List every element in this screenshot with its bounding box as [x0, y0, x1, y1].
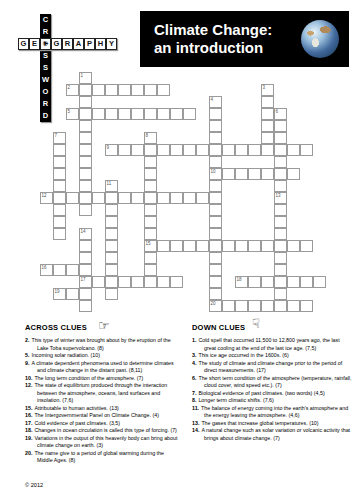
crossword-cell[interactable] [209, 120, 222, 132]
clue-number: 10. [25, 375, 34, 381]
crossword-cell[interactable] [131, 276, 144, 288]
crossword-cell[interactable] [248, 300, 261, 312]
crossword-cell[interactable]: 1 [79, 72, 92, 84]
crossword-cell[interactable] [300, 276, 313, 288]
crossword-cell[interactable] [105, 264, 118, 276]
clue-number: 17. [25, 420, 34, 426]
logo-letter-tile: Y [106, 38, 117, 50]
crossword-cell[interactable] [53, 144, 66, 156]
logo-letter-tile: A [73, 38, 84, 50]
clue-number-label: 17 [81, 277, 86, 282]
crossword-cell[interactable] [261, 240, 274, 252]
crossword-cell[interactable] [92, 192, 105, 204]
crossword-cell[interactable] [209, 204, 222, 216]
crossword-cell[interactable] [170, 240, 183, 252]
cursor-arrow-icon: ➤ [40, 39, 49, 48]
crossword-cell[interactable] [209, 180, 222, 192]
crossword-cell[interactable] [157, 84, 170, 96]
clue-item: 10.The long term condition of the atmosp… [25, 375, 178, 383]
clue-number: 13. [192, 420, 201, 426]
crossword-cell[interactable] [144, 168, 157, 180]
crossword-cell[interactable] [92, 108, 105, 120]
crossword-cell[interactable] [209, 288, 222, 300]
crossword-cell[interactable] [170, 192, 183, 204]
clue-number: 18. [25, 427, 34, 433]
crossword-cell[interactable]: 2 [66, 84, 79, 96]
crossword-cell[interactable] [79, 240, 92, 252]
clue-number: 12. [25, 382, 34, 388]
crossword-cell[interactable] [261, 144, 274, 156]
crossword-cell[interactable] [105, 228, 118, 240]
crossword-cell[interactable] [157, 108, 170, 120]
clue-number-label: 13 [276, 193, 281, 198]
crossword-cell[interactable] [248, 144, 261, 156]
clue-number-label: 16 [42, 265, 47, 270]
crossword-cell[interactable] [261, 132, 274, 144]
clue-item: 1.Cold spell that occurred 11,500 to 12,… [192, 337, 353, 352]
crossword-cell[interactable] [170, 144, 183, 156]
crossword-cell[interactable] [66, 264, 79, 276]
clue-number-label: 15 [146, 241, 151, 246]
crossword-cell[interactable] [53, 204, 66, 216]
crossword-cell[interactable] [300, 240, 313, 252]
crossword-cell[interactable] [144, 192, 157, 204]
crossword-cell[interactable] [222, 144, 235, 156]
crossword-cell[interactable] [79, 108, 92, 120]
clue-item: 16.The Intergovernmental Panel on Climat… [25, 412, 178, 420]
crossword-cell[interactable] [144, 144, 157, 156]
crossword-cell[interactable] [144, 228, 157, 240]
clue-number: 2. [25, 337, 31, 343]
clue-item: 17.Cold evidence of past climates. (3,5) [25, 420, 178, 428]
crossword-cell[interactable] [79, 252, 92, 264]
crossword-cell[interactable] [157, 192, 170, 204]
crossword-cell[interactable] [53, 264, 66, 276]
crossword-cell[interactable] [157, 240, 170, 252]
crossword-cell[interactable] [274, 204, 287, 216]
clue-item: 19.Variations in the output of this heav… [25, 435, 178, 450]
crossword-cell[interactable] [144, 252, 157, 264]
clue-number-label: 20 [211, 301, 216, 306]
clue-number-label: 9 [107, 145, 110, 150]
crossword-cell[interactable] [157, 276, 170, 288]
crossword-cell[interactable] [209, 216, 222, 228]
crossword-cell[interactable] [248, 240, 261, 252]
crossword-cell[interactable] [79, 132, 92, 144]
crossword-cell[interactable] [274, 228, 287, 240]
crossword-cell[interactable] [157, 144, 170, 156]
clue-number: 16. [25, 412, 34, 418]
logo-letter-tile: E [29, 38, 40, 50]
crossword-cell[interactable] [300, 144, 313, 156]
crossword-cell[interactable] [131, 84, 144, 96]
clue-number: 19. [25, 435, 34, 441]
crossword-cell[interactable]: 11 [105, 180, 118, 192]
crossword-cell[interactable] [222, 300, 235, 312]
crossword-cell[interactable] [79, 264, 92, 276]
crossword-cell[interactable] [144, 276, 157, 288]
crossword-cell[interactable] [235, 300, 248, 312]
crossword-cell[interactable] [222, 168, 235, 180]
crossword-cell[interactable] [274, 180, 287, 192]
crossword-cell[interactable] [196, 144, 209, 156]
clue-number: 20. [25, 450, 34, 456]
down-clues-list: 1.Cold spell that occurred 11,500 to 12,… [192, 337, 353, 442]
crossword-cell[interactable] [144, 216, 157, 228]
title-line-1: Climate Change: [154, 21, 272, 39]
crossword-cell[interactable] [196, 192, 209, 204]
clue-item: 20.The name give to a period of global w… [25, 450, 178, 465]
clue-number-label: 19 [55, 289, 60, 294]
crossword-cell[interactable] [209, 276, 222, 288]
crossword-cell[interactable] [274, 120, 287, 132]
title-box: Climate Change: an introduction [140, 11, 349, 67]
crossword-cell[interactable] [92, 84, 105, 96]
crossword-cell[interactable] [183, 144, 196, 156]
crossword-cell[interactable] [287, 276, 300, 288]
crossword-cell[interactable] [261, 120, 274, 132]
clue-number-label: 6 [276, 109, 279, 114]
crossword-cell[interactable] [105, 276, 118, 288]
crossword-cell[interactable] [183, 192, 196, 204]
crossword-cell[interactable] [209, 108, 222, 120]
clue-item: 14.A natural change such as solar variat… [192, 427, 353, 442]
clue-item: 5.Incoming solar radiation. (10) [25, 352, 178, 360]
crossword-cell[interactable] [274, 168, 287, 180]
crossword-cell[interactable] [131, 192, 144, 204]
crossword-cell[interactable]: 16 [40, 264, 53, 276]
crossword-cell[interactable] [274, 132, 287, 144]
crossword-cell[interactable]: 5 [66, 108, 79, 120]
crossword-cell[interactable] [209, 156, 222, 168]
crossword-cell[interactable]: 3 [261, 84, 274, 96]
clue-item: 4.The study of climate and climate chang… [192, 360, 353, 375]
clue-number: 5. [25, 352, 31, 358]
crossword-cell[interactable] [118, 144, 131, 156]
crossword-cell[interactable] [131, 144, 144, 156]
earth-globe-icon [301, 20, 339, 58]
crossword-cell[interactable] [313, 276, 326, 288]
crossword-cell[interactable] [79, 180, 92, 192]
crossword-cell[interactable] [118, 108, 131, 120]
crossword-cell[interactable]: 4 [209, 96, 222, 108]
clue-number: 7. [192, 390, 198, 396]
crossword-cell[interactable] [79, 84, 92, 96]
title-line-2: an introduction [154, 39, 272, 57]
crossword-cell[interactable] [53, 228, 66, 240]
crossword-cell[interactable] [53, 156, 66, 168]
crossword-cell[interactable] [105, 288, 118, 300]
crossword-cell[interactable]: 14 [79, 228, 92, 240]
clue-item: 13.The gases that increase global temper… [192, 420, 353, 428]
hand-pointing-right-icon: ☞ [98, 318, 110, 333]
crossword-cell[interactable]: 18 [235, 276, 248, 288]
clue-number: 1. [192, 337, 198, 343]
clue-item: 15.Attributable to human activities. (13… [25, 405, 178, 413]
logo-letter-tile: C [40, 14, 51, 26]
clue-number-label: 1 [81, 73, 84, 78]
crossword-cell[interactable] [105, 192, 118, 204]
crossword-cell[interactable]: 8 [144, 132, 157, 144]
clue-number: 15. [25, 405, 34, 411]
clue-number-label: 4 [211, 97, 214, 102]
clue-number: 3. [192, 352, 198, 358]
crossword-cell[interactable] [261, 300, 274, 312]
crossword-cell[interactable] [170, 108, 183, 120]
clue-number: 6. [192, 375, 198, 381]
crossword-cell[interactable]: 17 [79, 276, 92, 288]
crossword-cell[interactable] [248, 276, 261, 288]
logo-letter-tile: R [40, 26, 51, 38]
crossword-cell[interactable] [248, 168, 261, 180]
crossword-cell[interactable]: 6 [274, 108, 287, 120]
crossword-cell[interactable]: 13 [274, 192, 287, 204]
crossword-cell[interactable] [261, 108, 274, 120]
crossword-cell[interactable] [209, 228, 222, 240]
crossword-cell[interactable] [235, 240, 248, 252]
crossword-cell[interactable] [131, 108, 144, 120]
crossword-cell[interactable] [287, 168, 300, 180]
clue-number-label: 3 [263, 85, 266, 90]
crossword-cell[interactable] [287, 300, 300, 312]
crossword-cell[interactable] [300, 300, 313, 312]
crossword-cell[interactable] [79, 120, 92, 132]
clue-item: 7.Biological evidence of past climates. … [192, 390, 353, 398]
clue-item: 3.This ice age occurred in the 1600s. (6… [192, 352, 353, 360]
crossword-cell[interactable]: 7 [53, 132, 66, 144]
crossword-grid[interactable]: 1234105678159111213141716181920 [40, 72, 326, 312]
logo-letter-tile: S [40, 50, 51, 62]
crossword-cell[interactable] [105, 108, 118, 120]
clue-number: 14. [192, 427, 201, 433]
clue-item: 8.Longer term climatic shifts. (7,6) [192, 397, 353, 405]
page-title: Climate Change: an introduction [154, 21, 272, 57]
worksheet-page: CRSSWORDGEO➤GRAPHY Climate Change: an in… [0, 0, 354, 500]
crossword-cell[interactable] [53, 216, 66, 228]
clue-item: 2.This type of winter was brought about … [25, 337, 178, 352]
crossword-cell[interactable] [53, 192, 66, 204]
crossword-cell[interactable] [92, 276, 105, 288]
clue-number-label: 5 [68, 109, 71, 114]
crossword-cell[interactable] [274, 264, 287, 276]
crossword-cell[interactable] [235, 144, 248, 156]
logo-letter-tile: G [51, 38, 62, 50]
crossword-cell[interactable] [144, 84, 157, 96]
crossword-cell[interactable] [144, 204, 157, 216]
down-clues-header: DOWN CLUES [192, 323, 245, 332]
crossword-cell[interactable] [79, 300, 92, 312]
clue-number: 11. [192, 405, 201, 411]
crossword-cell[interactable] [144, 156, 157, 168]
crossword-cell[interactable]: 9 [105, 144, 118, 156]
across-clues-header: ACROSS CLUES [25, 323, 87, 332]
crossword-cell[interactable] [235, 168, 248, 180]
crossword-cell[interactable] [118, 276, 131, 288]
crossword-cell[interactable] [222, 240, 235, 252]
crossword-cell[interactable]: 19 [53, 288, 66, 300]
crossword-cell[interactable] [183, 108, 196, 120]
clue-number-label: 11 [107, 181, 112, 186]
crossword-cell[interactable]: 15 [144, 240, 157, 252]
clue-item: 6.The short term condition of the atmosp… [192, 375, 353, 390]
crossword-cell[interactable] [144, 108, 157, 120]
crossword-cell[interactable] [144, 264, 157, 276]
crossword-cell[interactable]: 20 [209, 300, 222, 312]
crossword-cell[interactable] [79, 144, 92, 156]
crossword-cell[interactable] [209, 264, 222, 276]
clue-item: 12.The state of equilibrium produced thr… [25, 382, 178, 405]
crossword-cell[interactable] [118, 84, 131, 96]
crossword-cell[interactable] [261, 96, 274, 108]
crossword-cell[interactable] [274, 300, 287, 312]
crossword-cell[interactable]: 10 [209, 168, 222, 180]
logo-letter-tile: G [18, 38, 29, 50]
crossword-cell[interactable] [196, 240, 209, 252]
crossword-cell[interactable] [66, 288, 79, 300]
crossword-cell[interactable] [144, 180, 157, 192]
crossword-cell[interactable] [209, 132, 222, 144]
crossword-cell[interactable] [209, 240, 222, 252]
crossword-cell[interactable] [79, 96, 92, 108]
across-clues-list: 2.This type of winter was brought about … [25, 337, 178, 465]
hand-pointing-down-icon: ☟ [252, 316, 260, 331]
clue-number: 9. [25, 360, 31, 366]
crossword-cell[interactable] [53, 180, 66, 192]
crossword-cell[interactable] [274, 276, 287, 288]
crossword-cell[interactable] [274, 240, 287, 252]
crossword-cell[interactable] [79, 288, 92, 300]
crossword-cell[interactable] [105, 252, 118, 264]
crossword-cell[interactable] [183, 240, 196, 252]
crossword-cell[interactable] [274, 144, 287, 156]
crossword-cell[interactable] [79, 204, 92, 216]
logo-letter-tile: R [62, 38, 73, 50]
crossword-cell[interactable] [261, 168, 274, 180]
logo-crossing-tile: O➤ [40, 38, 51, 50]
crossword-cell[interactable] [66, 192, 79, 204]
crossword-cell[interactable] [79, 156, 92, 168]
crossword-cell[interactable] [53, 168, 66, 180]
crossword-cell[interactable] [209, 252, 222, 264]
crossword-cell[interactable] [209, 192, 222, 204]
crossword-cell[interactable] [274, 216, 287, 228]
clue-item: 11.The balance of energy coming into the… [192, 405, 353, 420]
clue-number: 4. [192, 360, 198, 366]
crossword-cell[interactable] [105, 216, 118, 228]
crossword-cell[interactable] [105, 84, 118, 96]
copyright-text: © 2012 [25, 482, 43, 488]
crossword-cell[interactable] [274, 252, 287, 264]
crossword-cell[interactable] [79, 168, 92, 180]
clue-number-label: 8 [146, 133, 149, 138]
crossword-cell[interactable] [118, 192, 131, 204]
crossword-cell[interactable] [170, 276, 183, 288]
crossword-cell[interactable] [105, 204, 118, 216]
clue-number-label: 18 [237, 277, 242, 282]
logo-letter-tile: H [95, 38, 106, 50]
crossword-cell[interactable] [274, 288, 287, 300]
crossword-cell[interactable] [209, 144, 222, 156]
crossword-cell[interactable] [79, 192, 92, 204]
clue-item: 18.Changes in ocean circulation is calle… [25, 427, 178, 435]
crossword-cell[interactable] [105, 240, 118, 252]
crossword-cell[interactable] [274, 156, 287, 168]
clue-number-label: 7 [55, 133, 58, 138]
clue-number-label: 10 [211, 169, 216, 174]
crossword-cell[interactable]: 12 [40, 192, 53, 204]
clue-number-label: 14 [81, 229, 86, 234]
crossword-cell[interactable] [261, 276, 274, 288]
clue-number: 8. [192, 397, 198, 403]
clue-number-label: 12 [42, 193, 47, 198]
clue-number-label: 2 [68, 85, 71, 90]
logo-letter-tile: P [84, 38, 95, 50]
crossword-cell[interactable] [287, 144, 300, 156]
clue-item: 9.A climate dependent phenomena used to … [25, 360, 178, 375]
crossword-cell[interactable] [287, 240, 300, 252]
